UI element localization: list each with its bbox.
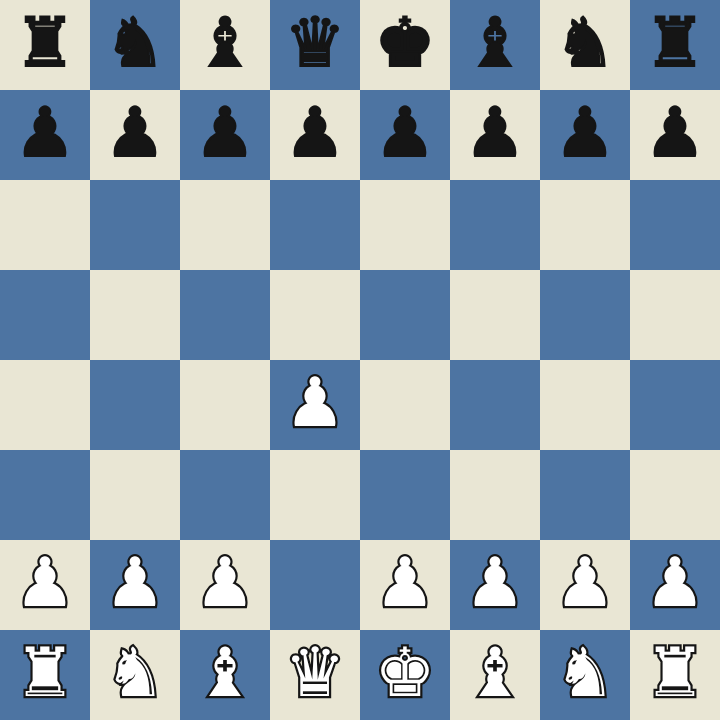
square-c4[interactable]	[180, 360, 270, 450]
square-a8[interactable]: ♜	[0, 0, 90, 90]
piece-black-king[interactable]: ♚	[375, 9, 436, 77]
square-a5[interactable]	[0, 270, 90, 360]
square-b6[interactable]	[90, 180, 180, 270]
square-a3[interactable]	[0, 450, 90, 540]
square-h7[interactable]: ♟	[630, 90, 720, 180]
square-c6[interactable]	[180, 180, 270, 270]
square-d3[interactable]	[270, 450, 360, 540]
square-g6[interactable]	[540, 180, 630, 270]
square-b2[interactable]: ♟	[90, 540, 180, 630]
square-d8[interactable]: ♛	[270, 0, 360, 90]
piece-black-pawn[interactable]: ♟	[465, 99, 526, 167]
square-b5[interactable]	[90, 270, 180, 360]
square-a6[interactable]	[0, 180, 90, 270]
square-a7[interactable]: ♟	[0, 90, 90, 180]
square-c8[interactable]: ♝	[180, 0, 270, 90]
piece-black-rook[interactable]: ♜	[645, 9, 706, 77]
piece-white-rook[interactable]: ♜	[15, 639, 76, 707]
piece-white-pawn[interactable]: ♟	[15, 549, 76, 617]
piece-black-pawn[interactable]: ♟	[195, 99, 256, 167]
square-b1[interactable]: ♞	[90, 630, 180, 720]
square-a2[interactable]: ♟	[0, 540, 90, 630]
square-d7[interactable]: ♟	[270, 90, 360, 180]
square-a1[interactable]: ♜	[0, 630, 90, 720]
piece-white-queen[interactable]: ♛	[285, 639, 346, 707]
piece-black-pawn[interactable]: ♟	[15, 99, 76, 167]
square-h2[interactable]: ♟	[630, 540, 720, 630]
square-d6[interactable]	[270, 180, 360, 270]
square-f1[interactable]: ♝	[450, 630, 540, 720]
piece-white-pawn[interactable]: ♟	[555, 549, 616, 617]
square-b4[interactable]	[90, 360, 180, 450]
square-c5[interactable]	[180, 270, 270, 360]
square-c3[interactable]	[180, 450, 270, 540]
piece-black-pawn[interactable]: ♟	[645, 99, 706, 167]
square-e3[interactable]	[360, 450, 450, 540]
piece-black-knight[interactable]: ♞	[555, 9, 616, 77]
piece-white-rook[interactable]: ♜	[645, 639, 706, 707]
square-b7[interactable]: ♟	[90, 90, 180, 180]
square-h5[interactable]	[630, 270, 720, 360]
piece-black-rook[interactable]: ♜	[15, 9, 76, 77]
piece-white-pawn[interactable]: ♟	[195, 549, 256, 617]
piece-black-queen[interactable]: ♛	[285, 9, 346, 77]
square-d4[interactable]: ♟	[270, 360, 360, 450]
square-g2[interactable]: ♟	[540, 540, 630, 630]
square-e8[interactable]: ♚	[360, 0, 450, 90]
square-g5[interactable]	[540, 270, 630, 360]
piece-white-pawn[interactable]: ♟	[105, 549, 166, 617]
square-g8[interactable]: ♞	[540, 0, 630, 90]
piece-black-pawn[interactable]: ♟	[375, 99, 436, 167]
square-h3[interactable]	[630, 450, 720, 540]
square-f3[interactable]	[450, 450, 540, 540]
square-e2[interactable]: ♟	[360, 540, 450, 630]
piece-black-pawn[interactable]: ♟	[555, 99, 616, 167]
square-c2[interactable]: ♟	[180, 540, 270, 630]
square-d2[interactable]	[270, 540, 360, 630]
square-f7[interactable]: ♟	[450, 90, 540, 180]
square-g3[interactable]	[540, 450, 630, 540]
square-h6[interactable]	[630, 180, 720, 270]
square-c1[interactable]: ♝	[180, 630, 270, 720]
square-c7[interactable]: ♟	[180, 90, 270, 180]
square-h1[interactable]: ♜	[630, 630, 720, 720]
piece-black-pawn[interactable]: ♟	[105, 99, 166, 167]
square-g4[interactable]	[540, 360, 630, 450]
piece-white-pawn[interactable]: ♟	[285, 369, 346, 437]
square-f6[interactable]	[450, 180, 540, 270]
square-e7[interactable]: ♟	[360, 90, 450, 180]
piece-black-bishop[interactable]: ♝	[465, 9, 526, 77]
square-f5[interactable]	[450, 270, 540, 360]
piece-white-pawn[interactable]: ♟	[465, 549, 526, 617]
square-e1[interactable]: ♚	[360, 630, 450, 720]
piece-black-pawn[interactable]: ♟	[285, 99, 346, 167]
square-b8[interactable]: ♞	[90, 0, 180, 90]
piece-white-knight[interactable]: ♞	[105, 639, 166, 707]
chess-board: ♜♞♝♛♚♝♞♜♟♟♟♟♟♟♟♟♟♟♟♟♟♟♟♟♜♞♝♛♚♝♞♜	[0, 0, 720, 720]
square-g1[interactable]: ♞	[540, 630, 630, 720]
square-f4[interactable]	[450, 360, 540, 450]
square-b3[interactable]	[90, 450, 180, 540]
piece-white-bishop[interactable]: ♝	[195, 639, 256, 707]
square-f8[interactable]: ♝	[450, 0, 540, 90]
piece-white-pawn[interactable]: ♟	[375, 549, 436, 617]
square-a4[interactable]	[0, 360, 90, 450]
piece-black-bishop[interactable]: ♝	[195, 9, 256, 77]
square-e4[interactable]	[360, 360, 450, 450]
piece-white-pawn[interactable]: ♟	[645, 549, 706, 617]
square-d5[interactable]	[270, 270, 360, 360]
piece-white-king[interactable]: ♚	[375, 639, 436, 707]
square-f2[interactable]: ♟	[450, 540, 540, 630]
piece-black-knight[interactable]: ♞	[105, 9, 166, 77]
piece-white-bishop[interactable]: ♝	[465, 639, 526, 707]
square-d1[interactable]: ♛	[270, 630, 360, 720]
square-g7[interactable]: ♟	[540, 90, 630, 180]
piece-white-knight[interactable]: ♞	[555, 639, 616, 707]
square-h8[interactable]: ♜	[630, 0, 720, 90]
square-e5[interactable]	[360, 270, 450, 360]
square-e6[interactable]	[360, 180, 450, 270]
square-h4[interactable]	[630, 360, 720, 450]
